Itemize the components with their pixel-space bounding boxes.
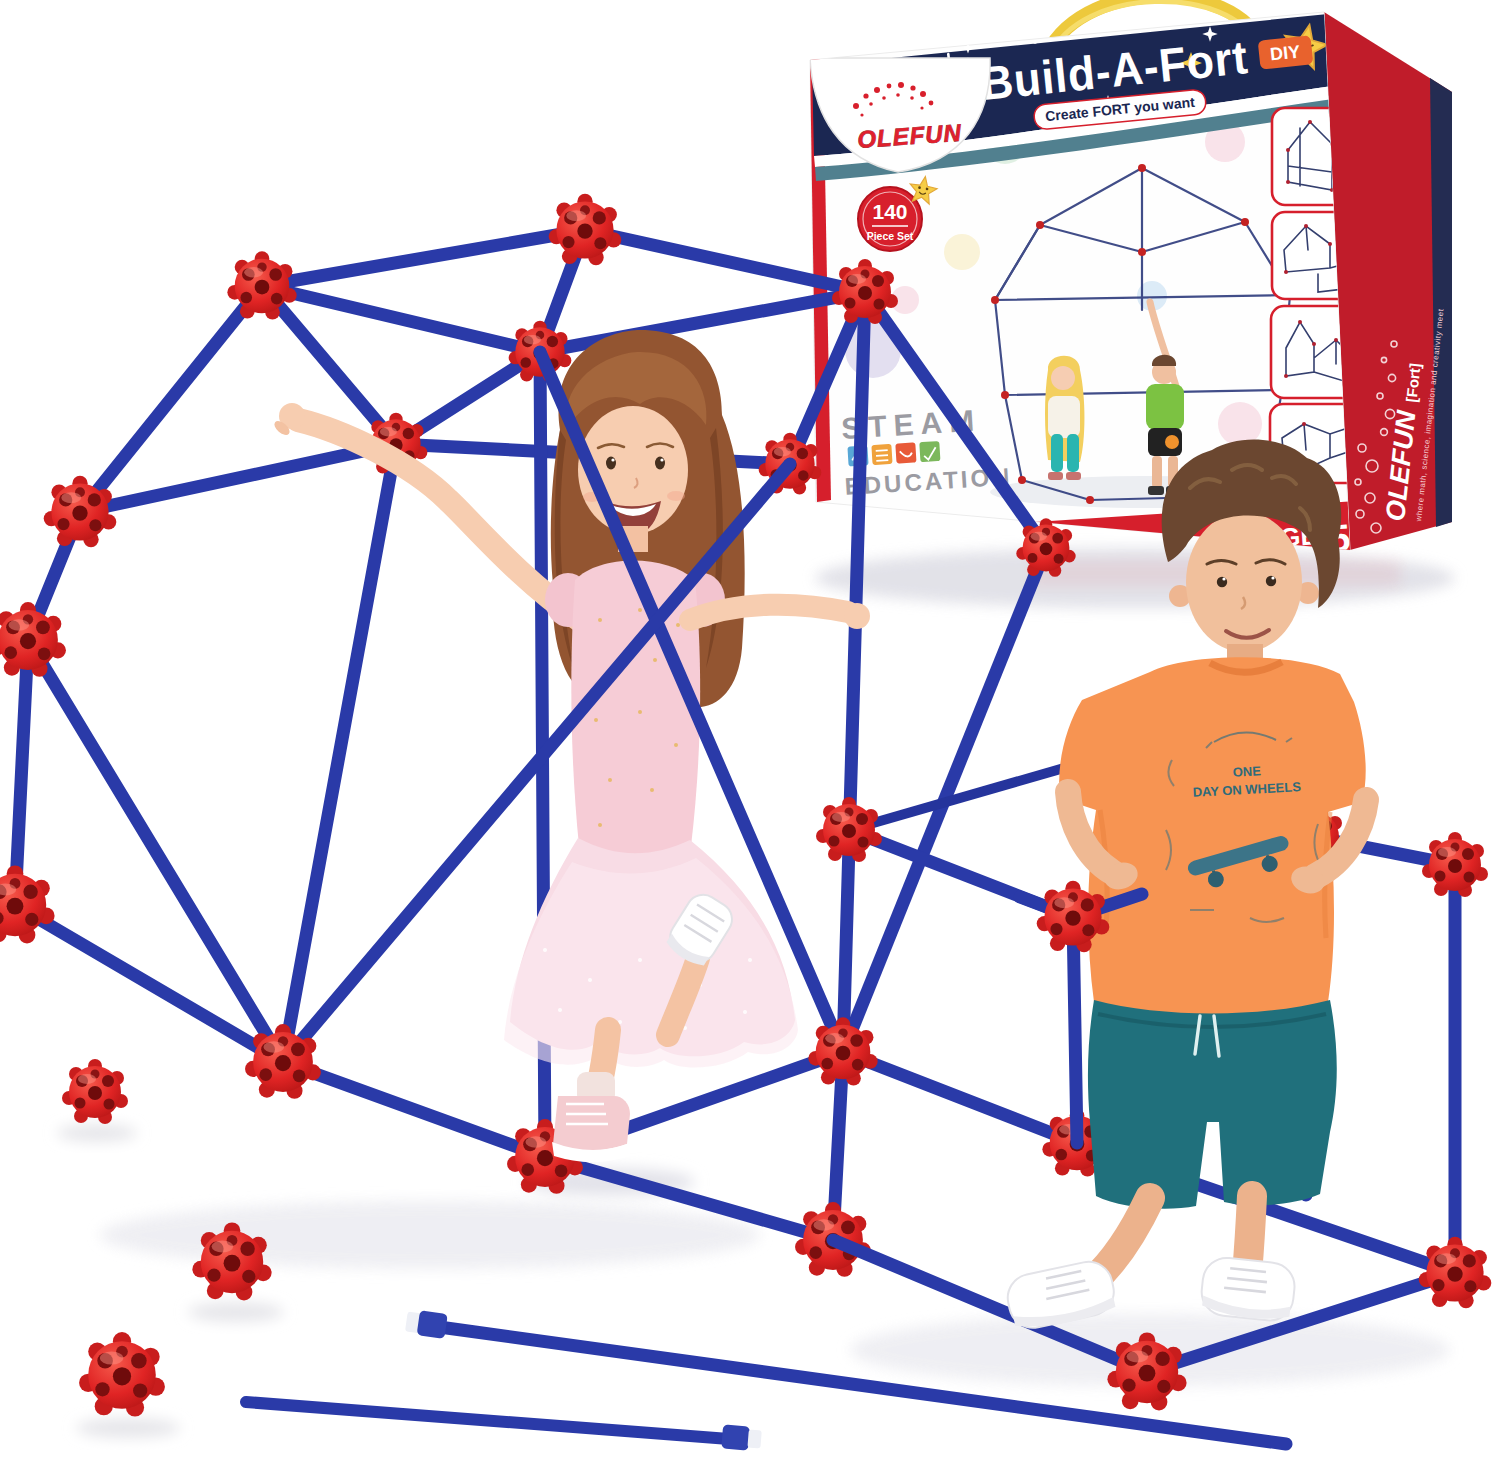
piece-count-label: Piece Set: [867, 230, 914, 242]
rod: [843, 1052, 1077, 1143]
hub-connector: [808, 1017, 877, 1085]
hub-connector: [1419, 1237, 1492, 1309]
dome-fort-shadow: [100, 1201, 760, 1269]
rod: [28, 640, 283, 1062]
rod: [283, 1062, 545, 1157]
boy-right-sneaker: [1199, 1256, 1297, 1323]
rod: [849, 762, 1085, 830]
ball-shadow: [188, 1302, 284, 1322]
girl-standing-sneaker: [552, 1096, 632, 1162]
girl-dress-bodice: [571, 561, 700, 859]
hub-connector: [816, 797, 882, 862]
hub-connector: [1422, 832, 1488, 897]
girl-blush: [667, 491, 685, 501]
boy-shorts: [1088, 1000, 1337, 1209]
loose-ball: [62, 1059, 128, 1124]
girl-right-hand: [844, 603, 870, 629]
scene-canvas: OLEFUN [Fort] where math, science, imagi…: [0, 0, 1500, 1468]
rod: [15, 640, 28, 905]
product-box: OLEFUN [Fort] where math, science, imagi…: [810, 0, 1452, 572]
hub-connector: [549, 194, 622, 266]
diy-badge-text: DIY: [1269, 41, 1301, 64]
boy-face: [1186, 512, 1302, 652]
hub-connector: [0, 602, 66, 677]
diy-badge: DIY: [1258, 35, 1314, 69]
rod: [283, 444, 396, 1062]
girl-right-arm: [690, 605, 848, 620]
ball-shadow: [57, 1124, 137, 1142]
product-photo: OLEFUN [Fort] where math, science, imagi…: [0, 0, 1500, 1468]
hub-connector: [0, 865, 55, 943]
rod: [1073, 917, 1077, 1143]
tshirt-text-line1: ONE: [1232, 763, 1261, 779]
ball-shadow: [76, 1418, 180, 1438]
piece-count: 140: [872, 200, 907, 223]
loose-ball: [79, 1332, 165, 1417]
loose-rod: [246, 1402, 762, 1451]
rod: [262, 230, 585, 286]
